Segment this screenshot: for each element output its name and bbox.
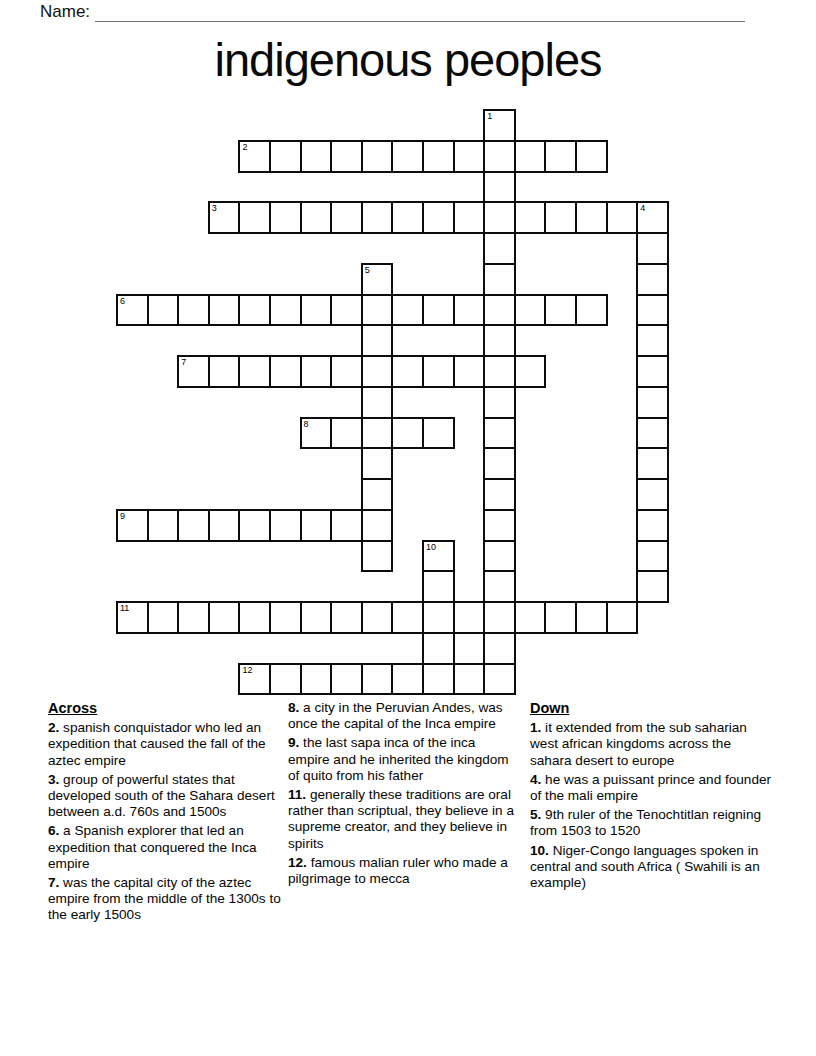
grid-cell[interactable] bbox=[177, 294, 210, 327]
grid-cell[interactable] bbox=[361, 509, 394, 542]
grid-cell[interactable] bbox=[361, 201, 394, 234]
grid-cell[interactable] bbox=[238, 509, 271, 542]
page-title: indigenous peoples bbox=[0, 32, 816, 87]
grid-cell[interactable] bbox=[147, 294, 180, 327]
grid-cell[interactable]: 5 bbox=[361, 263, 394, 296]
grid-cell[interactable] bbox=[483, 540, 516, 573]
across-clues-list-2: 8. a city in the Peruvian Andes, was onc… bbox=[288, 700, 520, 887]
name-row: Name: bbox=[40, 2, 752, 24]
grid-cell[interactable] bbox=[453, 294, 486, 327]
grid-cell[interactable] bbox=[361, 540, 394, 573]
grid-cell[interactable] bbox=[300, 201, 333, 234]
grid-cell[interactable] bbox=[483, 294, 516, 327]
grid-cell[interactable] bbox=[483, 570, 516, 603]
cell-number: 7 bbox=[181, 357, 186, 368]
grid-cell[interactable] bbox=[361, 478, 394, 511]
clue-item: 11. generally these traditions are oral … bbox=[288, 787, 520, 852]
grid-cell[interactable] bbox=[147, 601, 180, 634]
down-clues-list: 1. it extended from the sub saharian wes… bbox=[530, 720, 772, 891]
grid-cell[interactable]: 8 bbox=[300, 417, 333, 450]
grid-cell[interactable] bbox=[361, 324, 394, 357]
cell-number: 9 bbox=[120, 511, 125, 522]
clue-text: it extended from the sub saharian west a… bbox=[530, 720, 747, 767]
grid-cell[interactable] bbox=[300, 663, 333, 696]
grid-cell[interactable] bbox=[636, 417, 669, 450]
grid-cell[interactable] bbox=[544, 601, 577, 634]
clue-item: 8. a city in the Peruvian Andes, was onc… bbox=[288, 700, 520, 732]
grid-cell[interactable]: 2 bbox=[238, 140, 271, 173]
grid-cell[interactable] bbox=[636, 294, 669, 327]
grid-cell[interactable] bbox=[330, 509, 363, 542]
grid-cell[interactable] bbox=[361, 447, 394, 480]
grid-cell[interactable] bbox=[483, 447, 516, 480]
grid-cell[interactable] bbox=[269, 294, 302, 327]
grid-cell[interactable]: 6 bbox=[116, 294, 149, 327]
clue-number: 12. bbox=[288, 855, 307, 870]
cell-number: 12 bbox=[242, 665, 252, 676]
grid-cell[interactable] bbox=[544, 201, 577, 234]
clue-number: 3. bbox=[48, 772, 59, 787]
clue-text: a city in the Peruvian Andes, was once t… bbox=[288, 700, 503, 731]
crossword-grid: 123456789101112 bbox=[116, 109, 669, 696]
clue-text: he was a puissant prince and founder of … bbox=[530, 772, 771, 803]
cell-number: 3 bbox=[212, 203, 217, 214]
clue-text: generally these traditions are oral rath… bbox=[288, 787, 514, 851]
clue-text: group of powerful states that developed … bbox=[48, 772, 275, 819]
grid-cell[interactable] bbox=[483, 632, 516, 665]
grid-cell[interactable]: 3 bbox=[208, 201, 241, 234]
grid-cell[interactable] bbox=[422, 417, 455, 450]
grid-cell[interactable] bbox=[483, 171, 516, 204]
clue-number: 2. bbox=[48, 720, 59, 735]
grid-cell[interactable]: 11 bbox=[116, 601, 149, 634]
grid-cell[interactable] bbox=[330, 417, 363, 450]
grid-cell[interactable] bbox=[422, 570, 455, 603]
clue-text: spanish conquistador who led an expediti… bbox=[48, 720, 266, 767]
clue-number: 9. bbox=[288, 735, 299, 750]
grid-cell[interactable] bbox=[483, 355, 516, 388]
grid-cell[interactable] bbox=[238, 201, 271, 234]
cell-number: 11 bbox=[120, 603, 129, 614]
worksheet-page: Name: indigenous peoples 123456789101112… bbox=[0, 0, 816, 1056]
grid-cell[interactable] bbox=[238, 355, 271, 388]
grid-cell[interactable] bbox=[483, 201, 516, 234]
cell-number: 8 bbox=[304, 419, 309, 430]
grid-cell[interactable] bbox=[636, 478, 669, 511]
grid-cell[interactable] bbox=[177, 601, 210, 634]
grid-cell[interactable] bbox=[636, 509, 669, 542]
grid-cell[interactable] bbox=[636, 355, 669, 388]
clue-number: 4. bbox=[530, 772, 541, 787]
grid-cell[interactable] bbox=[330, 355, 363, 388]
grid-cell[interactable]: 1 bbox=[483, 109, 516, 142]
grid-cell[interactable] bbox=[361, 140, 394, 173]
grid-cell[interactable] bbox=[391, 355, 424, 388]
grid-cell[interactable] bbox=[300, 601, 333, 634]
grid-cell[interactable] bbox=[330, 201, 363, 234]
across-clues-column-1: Across 2. spanish conquistador who led a… bbox=[48, 700, 281, 927]
grid-cell[interactable] bbox=[514, 601, 547, 634]
grid-cell[interactable] bbox=[361, 601, 394, 634]
grid-cell[interactable] bbox=[575, 140, 608, 173]
clue-item: 5. 9th ruler of the Tenochtitlan reignin… bbox=[530, 807, 772, 839]
clue-heading-across: Across bbox=[48, 700, 281, 716]
grid-cell[interactable] bbox=[483, 478, 516, 511]
clue-item: 12. famous malian ruler who made a pilgr… bbox=[288, 855, 520, 887]
clue-item: 10. Niger-Congo languages spoken in cent… bbox=[530, 843, 772, 892]
grid-cell[interactable] bbox=[269, 355, 302, 388]
grid-cell[interactable]: 12 bbox=[238, 663, 271, 696]
clue-text: Niger-Congo languages spoken in central … bbox=[530, 843, 760, 890]
grid-cell[interactable] bbox=[514, 294, 547, 327]
grid-cell[interactable] bbox=[453, 140, 486, 173]
grid-cell[interactable] bbox=[514, 355, 547, 388]
clue-number: 8. bbox=[288, 700, 299, 715]
grid-cell[interactable] bbox=[330, 601, 363, 634]
grid-cell[interactable] bbox=[483, 509, 516, 542]
grid-cell[interactable] bbox=[544, 140, 577, 173]
clue-item: 4. he was a puissant prince and founder … bbox=[530, 772, 772, 804]
clue-number: 6. bbox=[48, 823, 59, 838]
grid-cell[interactable] bbox=[636, 447, 669, 480]
grid-cell[interactable] bbox=[269, 601, 302, 634]
grid-cell[interactable] bbox=[422, 294, 455, 327]
grid-cell[interactable] bbox=[483, 386, 516, 419]
cell-number: 6 bbox=[120, 296, 125, 307]
grid-cell[interactable] bbox=[361, 386, 394, 419]
grid-cell[interactable] bbox=[238, 601, 271, 634]
grid-cell[interactable] bbox=[391, 201, 424, 234]
clue-item: 2. spanish conquistador who led an exped… bbox=[48, 720, 281, 769]
grid-cell[interactable] bbox=[391, 417, 424, 450]
grid-cell[interactable] bbox=[147, 509, 180, 542]
grid-cell[interactable]: 10 bbox=[422, 540, 455, 573]
grid-cell[interactable] bbox=[544, 294, 577, 327]
clue-text: the last sapa inca of the inca empire an… bbox=[288, 735, 509, 782]
grid-cell[interactable] bbox=[453, 201, 486, 234]
grid-cell[interactable] bbox=[636, 263, 669, 296]
grid-cell[interactable] bbox=[330, 663, 363, 696]
grid-cell[interactable] bbox=[606, 601, 639, 634]
grid-cell[interactable] bbox=[483, 140, 516, 173]
grid-cell[interactable] bbox=[514, 201, 547, 234]
grid-cell[interactable] bbox=[361, 417, 394, 450]
grid-cell[interactable] bbox=[606, 201, 639, 234]
grid-cell[interactable] bbox=[636, 570, 669, 603]
clue-item: 3. group of powerful states that develop… bbox=[48, 772, 281, 821]
grid-cell[interactable] bbox=[361, 294, 394, 327]
grid-cell[interactable] bbox=[208, 355, 241, 388]
grid-cell[interactable] bbox=[208, 601, 241, 634]
grid-cell[interactable] bbox=[636, 324, 669, 357]
cell-number: 4 bbox=[640, 203, 645, 214]
grid-cell[interactable] bbox=[422, 632, 455, 665]
across-clues-column-2: 8. a city in the Peruvian Andes, was onc… bbox=[288, 700, 520, 890]
clue-item: 9. the last sapa inca of the inca empire… bbox=[288, 735, 520, 784]
grid-cell[interactable] bbox=[391, 294, 424, 327]
grid-cell[interactable] bbox=[238, 294, 271, 327]
grid-cell[interactable] bbox=[361, 663, 394, 696]
down-clues-column: Down 1. it extended from the sub saharia… bbox=[530, 700, 772, 894]
name-label: Name: bbox=[40, 2, 90, 22]
clue-number: 11. bbox=[288, 787, 306, 802]
grid-cell[interactable] bbox=[514, 140, 547, 173]
grid-cell[interactable] bbox=[330, 294, 363, 327]
grid-cell[interactable] bbox=[483, 601, 516, 634]
clue-text: was the capital city of the aztec empire… bbox=[48, 875, 281, 922]
grid-cell[interactable] bbox=[269, 201, 302, 234]
grid-cell[interactable] bbox=[300, 355, 333, 388]
grid-cell[interactable] bbox=[361, 355, 394, 388]
grid-cell[interactable]: 7 bbox=[177, 355, 210, 388]
grid-cell[interactable] bbox=[483, 324, 516, 357]
grid-cell[interactable] bbox=[422, 355, 455, 388]
grid-cell[interactable] bbox=[391, 663, 424, 696]
grid-cell[interactable] bbox=[177, 509, 210, 542]
cell-number: 1 bbox=[487, 111, 492, 122]
grid-cell[interactable] bbox=[483, 263, 516, 296]
across-clues-list-1: 2. spanish conquistador who led an exped… bbox=[48, 720, 281, 923]
grid-cell[interactable] bbox=[269, 140, 302, 173]
grid-cell[interactable] bbox=[575, 294, 608, 327]
clue-item: 7. was the capital city of the aztec emp… bbox=[48, 875, 281, 924]
clue-text: a Spanish explorer that led an expeditio… bbox=[48, 823, 257, 870]
grid-cell[interactable] bbox=[422, 601, 455, 634]
grid-cell[interactable] bbox=[453, 663, 486, 696]
clue-number: 7. bbox=[48, 875, 59, 890]
grid-cell[interactable] bbox=[300, 294, 333, 327]
grid-cell[interactable] bbox=[208, 509, 241, 542]
grid-cell[interactable] bbox=[453, 355, 486, 388]
grid-cell[interactable] bbox=[269, 509, 302, 542]
grid-cell[interactable] bbox=[636, 232, 669, 265]
grid-cell[interactable] bbox=[575, 601, 608, 634]
grid-cell[interactable] bbox=[300, 140, 333, 173]
grid-cell[interactable] bbox=[636, 540, 669, 573]
cell-number: 10 bbox=[426, 542, 436, 553]
cell-number: 2 bbox=[242, 142, 247, 153]
grid-cell[interactable] bbox=[636, 386, 669, 419]
clue-heading-down: Down bbox=[530, 700, 772, 716]
grid-cell[interactable] bbox=[269, 663, 302, 696]
name-input-line[interactable] bbox=[95, 2, 745, 22]
grid-cell[interactable] bbox=[422, 140, 455, 173]
cell-number: 5 bbox=[365, 265, 370, 276]
clue-number: 10. bbox=[530, 843, 549, 858]
clue-item: 1. it extended from the sub saharian wes… bbox=[530, 720, 772, 769]
clue-number: 5. bbox=[530, 807, 541, 822]
grid-cell[interactable] bbox=[422, 663, 455, 696]
clue-text: 9th ruler of the Tenochtitlan reigning f… bbox=[530, 807, 761, 838]
clue-item: 6. a Spanish explorer that led an expedi… bbox=[48, 823, 281, 872]
grid-cell[interactable] bbox=[422, 201, 455, 234]
grid-cell[interactable]: 4 bbox=[636, 201, 669, 234]
grid-cell[interactable]: 9 bbox=[116, 509, 149, 542]
grid-cell[interactable] bbox=[575, 201, 608, 234]
grid-cell[interactable] bbox=[391, 601, 424, 634]
clue-text: famous malian ruler who made a pilgrimag… bbox=[288, 855, 508, 886]
grid-cell[interactable] bbox=[300, 509, 333, 542]
grid-cell[interactable] bbox=[208, 294, 241, 327]
grid-cell[interactable] bbox=[453, 601, 486, 634]
grid-cell[interactable] bbox=[483, 232, 516, 265]
grid-cell[interactable] bbox=[330, 140, 363, 173]
grid-cell[interactable] bbox=[483, 663, 516, 696]
grid-cell[interactable] bbox=[391, 140, 424, 173]
grid-cell[interactable] bbox=[483, 417, 516, 450]
clue-number: 1. bbox=[530, 720, 541, 735]
